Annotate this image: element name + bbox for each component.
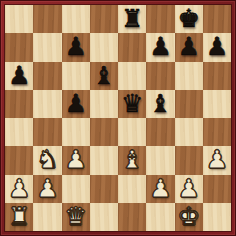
piece-white-pawn-c3[interactable]: ♟ [64, 146, 86, 174]
square-g1[interactable]: ♚ [175, 203, 203, 231]
square-c1[interactable]: ♛ [62, 203, 90, 231]
square-d2[interactable] [90, 175, 118, 203]
square-a7[interactable] [5, 33, 33, 61]
square-f6[interactable] [146, 62, 174, 90]
piece-white-king-g1[interactable]: ♚ [177, 203, 199, 231]
square-a3[interactable] [5, 146, 33, 174]
square-g5[interactable] [175, 90, 203, 118]
square-f2[interactable]: ♟ [146, 175, 174, 203]
square-g7[interactable]: ♟ [175, 33, 203, 61]
piece-black-pawn-h7[interactable]: ♟ [206, 33, 228, 61]
square-e8[interactable]: ♜ [118, 5, 146, 33]
square-b5[interactable] [33, 90, 61, 118]
square-d8[interactable] [90, 5, 118, 33]
square-c2[interactable] [62, 175, 90, 203]
square-a5[interactable] [5, 90, 33, 118]
square-g4[interactable] [175, 118, 203, 146]
piece-white-queen-c1[interactable]: ♛ [64, 203, 86, 231]
square-f5[interactable]: ♝ [146, 90, 174, 118]
square-e3[interactable]: ♝ [118, 146, 146, 174]
piece-black-pawn-c5[interactable]: ♟ [64, 90, 86, 118]
square-d3[interactable] [90, 146, 118, 174]
piece-white-knight-b3[interactable]: ♞ [36, 146, 58, 174]
square-c6[interactable] [62, 62, 90, 90]
square-b3[interactable]: ♞ [33, 146, 61, 174]
square-e4[interactable] [118, 118, 146, 146]
square-h6[interactable] [203, 62, 231, 90]
square-g8[interactable]: ♚ [175, 5, 203, 33]
square-h5[interactable] [203, 90, 231, 118]
piece-black-pawn-c7[interactable]: ♟ [64, 33, 86, 61]
square-e5[interactable]: ♛ [118, 90, 146, 118]
square-d6[interactable]: ♝ [90, 62, 118, 90]
square-h8[interactable] [203, 5, 231, 33]
square-g6[interactable] [175, 62, 203, 90]
square-h1[interactable] [203, 203, 231, 231]
square-a6[interactable]: ♟ [5, 62, 33, 90]
square-b1[interactable] [33, 203, 61, 231]
square-f7[interactable]: ♟ [146, 33, 174, 61]
square-a8[interactable] [5, 5, 33, 33]
square-f8[interactable] [146, 5, 174, 33]
piece-black-bishop-d6[interactable]: ♝ [93, 62, 115, 90]
square-a4[interactable] [5, 118, 33, 146]
square-d7[interactable] [90, 33, 118, 61]
square-e7[interactable] [118, 33, 146, 61]
piece-black-king-g8[interactable]: ♚ [177, 5, 199, 33]
square-d1[interactable] [90, 203, 118, 231]
piece-black-pawn-g7[interactable]: ♟ [177, 33, 199, 61]
square-a1[interactable]: ♜ [5, 203, 33, 231]
board-frame: ♜♚♟♟♟♟♟♝♟♛♝♞♟♝♟♟♟♟♟♜♛♚ [0, 0, 236, 236]
piece-white-pawn-g2[interactable]: ♟ [177, 175, 199, 203]
square-c4[interactable] [62, 118, 90, 146]
piece-white-pawn-a2[interactable]: ♟ [8, 175, 30, 203]
square-h3[interactable]: ♟ [203, 146, 231, 174]
square-b4[interactable] [33, 118, 61, 146]
piece-black-bishop-f5[interactable]: ♝ [149, 90, 171, 118]
piece-white-pawn-f2[interactable]: ♟ [149, 175, 171, 203]
square-d4[interactable] [90, 118, 118, 146]
square-c3[interactable]: ♟ [62, 146, 90, 174]
piece-black-queen-e5[interactable]: ♛ [121, 90, 143, 118]
piece-black-pawn-a6[interactable]: ♟ [8, 62, 30, 90]
piece-black-pawn-f7[interactable]: ♟ [149, 33, 171, 61]
square-f4[interactable] [146, 118, 174, 146]
square-b8[interactable] [33, 5, 61, 33]
square-a2[interactable]: ♟ [5, 175, 33, 203]
square-e6[interactable] [118, 62, 146, 90]
piece-white-rook-a1[interactable]: ♜ [8, 203, 30, 231]
square-h4[interactable] [203, 118, 231, 146]
square-g2[interactable]: ♟ [175, 175, 203, 203]
square-b2[interactable]: ♟ [33, 175, 61, 203]
piece-black-rook-e8[interactable]: ♜ [121, 5, 143, 33]
square-e1[interactable] [118, 203, 146, 231]
square-c7[interactable]: ♟ [62, 33, 90, 61]
square-c8[interactable] [62, 5, 90, 33]
square-h7[interactable]: ♟ [203, 33, 231, 61]
square-h2[interactable] [203, 175, 231, 203]
square-b6[interactable] [33, 62, 61, 90]
piece-white-bishop-e3[interactable]: ♝ [121, 146, 143, 174]
square-d5[interactable] [90, 90, 118, 118]
square-g3[interactable] [175, 146, 203, 174]
chess-board: ♜♚♟♟♟♟♟♝♟♛♝♞♟♝♟♟♟♟♟♜♛♚ [5, 5, 231, 231]
square-f3[interactable] [146, 146, 174, 174]
square-b7[interactable] [33, 33, 61, 61]
square-f1[interactable] [146, 203, 174, 231]
piece-white-pawn-b2[interactable]: ♟ [36, 175, 58, 203]
square-e2[interactable] [118, 175, 146, 203]
piece-white-pawn-h3[interactable]: ♟ [206, 146, 228, 174]
square-c5[interactable]: ♟ [62, 90, 90, 118]
